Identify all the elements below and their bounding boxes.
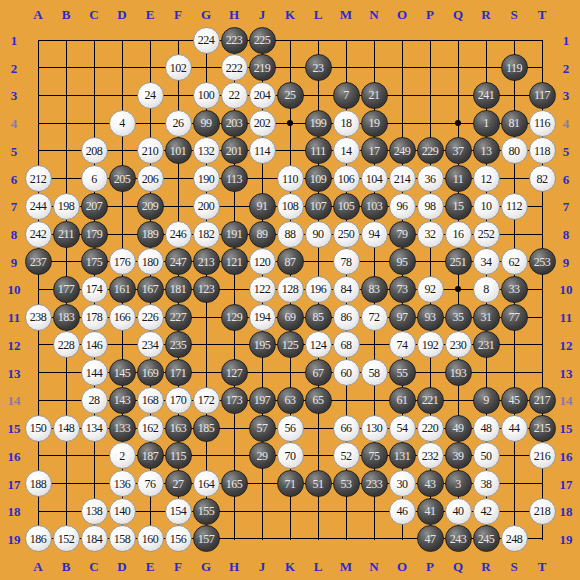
stone-D13: 145 [109,359,136,386]
stone-P16: 232 [417,442,444,469]
stone-O14: 61 [389,387,416,414]
stone-A17: 188 [25,470,52,497]
stone-G10: 123 [193,276,220,303]
stone-N10: 83 [361,276,388,303]
stone-C15: 134 [81,415,108,442]
row-label-right-6: 6 [563,172,570,185]
stone-N8: 94 [361,221,388,248]
row-label-right-13: 13 [560,366,573,379]
row-label-left-1: 1 [11,34,18,47]
stone-Q9: 251 [445,248,472,275]
stone-J12: 195 [249,331,276,358]
stone-S10: 33 [501,276,528,303]
row-label-left-17: 17 [8,477,21,490]
stone-E16: 187 [137,442,164,469]
stone-D16: 2 [109,442,136,469]
stone-H1: 223 [221,27,248,54]
stone-R4: 1 [473,110,500,137]
column-label-bottom-O: O [397,560,407,573]
stone-T14: 217 [529,387,556,414]
stone-M15: 66 [333,415,360,442]
row-label-right-2: 2 [563,61,570,74]
stone-A9: 237 [25,248,52,275]
stone-A11: 238 [25,304,52,331]
stone-Q5: 37 [445,137,472,164]
stone-H8: 191 [221,221,248,248]
stone-M5: 14 [333,137,360,164]
stone-C6: 6 [81,165,108,192]
stone-H3: 22 [221,82,248,109]
stone-K14: 63 [277,387,304,414]
row-label-right-19: 19 [560,532,573,545]
grid-line-vertical [38,40,39,540]
row-label-right-15: 15 [560,422,573,435]
stone-E11: 226 [137,304,164,331]
row-label-right-3: 3 [563,89,570,102]
stone-C9: 175 [81,248,108,275]
column-label-top-M: M [340,8,352,21]
column-label-top-L: L [314,8,323,21]
column-label-bottom-H: H [229,560,239,573]
stone-N6: 104 [361,165,388,192]
stone-R17: 38 [473,470,500,497]
stone-A15: 150 [25,415,52,442]
stone-E15: 162 [137,415,164,442]
column-label-top-G: G [201,8,211,21]
column-label-top-J: J [259,8,266,21]
column-label-bottom-M: M [340,560,352,573]
stone-B15: 148 [53,415,80,442]
stone-M11: 86 [333,304,360,331]
stone-P18: 41 [417,498,444,525]
row-label-left-11: 11 [8,311,20,324]
column-label-top-T: T [538,8,547,21]
stone-Q8: 16 [445,221,472,248]
stone-G8: 182 [193,221,220,248]
grid-line-horizontal [38,40,543,41]
stone-J3: 204 [249,82,276,109]
stone-J16: 29 [249,442,276,469]
stone-C7: 207 [81,193,108,220]
go-board[interactable]: AABBCCDDEEFFGGHHJJKKLLMMNNOOPPQQRRSSTT11… [0,0,580,580]
stone-L17: 51 [305,470,332,497]
stone-G9: 213 [193,248,220,275]
stone-G14: 172 [193,387,220,414]
stone-B7: 198 [53,193,80,220]
row-label-left-16: 16 [8,449,21,462]
stone-F16: 115 [165,442,192,469]
stone-F2: 102 [165,54,192,81]
row-label-left-3: 3 [11,89,18,102]
stone-K3: 25 [277,82,304,109]
stone-T18: 218 [529,498,556,525]
stone-O13: 55 [389,359,416,386]
stone-S5: 80 [501,137,528,164]
stone-G4: 99 [193,110,220,137]
stone-P6: 36 [417,165,444,192]
stone-P19: 47 [417,525,444,552]
stone-P12: 192 [417,331,444,358]
stone-J15: 57 [249,415,276,442]
stone-D10: 161 [109,276,136,303]
stone-G17: 164 [193,470,220,497]
stone-N16: 75 [361,442,388,469]
stone-K15: 56 [277,415,304,442]
stone-D14: 143 [109,387,136,414]
stone-P17: 43 [417,470,444,497]
stone-J8: 89 [249,221,276,248]
row-label-right-11: 11 [560,311,572,324]
stone-R7: 10 [473,193,500,220]
stone-H2: 222 [221,54,248,81]
stone-K7: 108 [277,193,304,220]
stone-Q18: 40 [445,498,472,525]
stone-O15: 54 [389,415,416,442]
row-label-right-16: 16 [560,449,573,462]
stone-S7: 112 [501,193,528,220]
stone-R6: 12 [473,165,500,192]
stone-H4: 203 [221,110,248,137]
stone-L7: 107 [305,193,332,220]
stone-C10: 174 [81,276,108,303]
stone-Q16: 39 [445,442,472,469]
stone-K8: 88 [277,221,304,248]
stone-N17: 233 [361,470,388,497]
stone-T15: 215 [529,415,556,442]
stone-O18: 46 [389,498,416,525]
stone-E7: 209 [137,193,164,220]
column-label-top-N: N [369,8,378,21]
row-label-left-10: 10 [8,283,21,296]
stone-A19: 186 [25,525,52,552]
column-label-bottom-F: F [174,560,182,573]
row-label-left-4: 4 [11,117,18,130]
stone-C14: 28 [81,387,108,414]
stone-H9: 121 [221,248,248,275]
column-label-top-B: B [62,8,71,21]
column-label-bottom-N: N [369,560,378,573]
stone-P15: 220 [417,415,444,442]
stone-T5: 118 [529,137,556,164]
stone-M12: 68 [333,331,360,358]
stone-O11: 97 [389,304,416,331]
stone-C11: 178 [81,304,108,331]
stone-L2: 23 [305,54,332,81]
stone-J2: 219 [249,54,276,81]
column-label-top-D: D [117,8,126,21]
stone-L6: 109 [305,165,332,192]
stone-O5: 249 [389,137,416,164]
stone-D6: 205 [109,165,136,192]
column-label-bottom-S: S [510,560,517,573]
stone-R19: 245 [473,525,500,552]
stone-F5: 101 [165,137,192,164]
column-label-top-A: A [33,8,42,21]
column-label-bottom-A: A [33,560,42,573]
stone-J1: 225 [249,27,276,54]
column-label-bottom-T: T [538,560,547,573]
row-label-left-18: 18 [8,505,21,518]
stone-C8: 179 [81,221,108,248]
stone-E9: 180 [137,248,164,275]
stone-L5: 111 [305,137,332,164]
stone-T4: 116 [529,110,556,137]
stone-K6: 110 [277,165,304,192]
grid-line-horizontal [38,67,543,68]
stone-R9: 34 [473,248,500,275]
star-point-Q4 [455,120,461,126]
stone-F15: 163 [165,415,192,442]
stone-F4: 26 [165,110,192,137]
row-label-left-9: 9 [11,255,18,268]
row-label-left-19: 19 [8,532,21,545]
stone-B11: 183 [53,304,80,331]
stone-D4: 4 [109,110,136,137]
stone-R15: 48 [473,415,500,442]
stone-D11: 166 [109,304,136,331]
stone-S2: 119 [501,54,528,81]
star-point-K4 [287,120,293,126]
stone-J4: 202 [249,110,276,137]
stone-E17: 76 [137,470,164,497]
star-point-Q10 [455,286,461,292]
column-label-top-K: K [285,8,295,21]
stone-K10: 128 [277,276,304,303]
row-label-left-13: 13 [8,366,21,379]
stone-K11: 69 [277,304,304,331]
row-label-right-10: 10 [560,283,573,296]
stone-N15: 130 [361,415,388,442]
stone-O16: 131 [389,442,416,469]
stone-E13: 169 [137,359,164,386]
stone-P5: 229 [417,137,444,164]
row-label-right-9: 9 [563,255,570,268]
row-label-left-6: 6 [11,172,18,185]
stone-A6: 212 [25,165,52,192]
column-label-top-S: S [510,8,517,21]
column-label-bottom-R: R [481,560,490,573]
stone-R3: 241 [473,82,500,109]
stone-E5: 210 [137,137,164,164]
column-label-top-R: R [481,8,490,21]
stone-R11: 31 [473,304,500,331]
stone-E10: 167 [137,276,164,303]
stone-D9: 176 [109,248,136,275]
stone-H6: 113 [221,165,248,192]
stone-Q12: 230 [445,331,472,358]
stone-E12: 234 [137,331,164,358]
stone-O6: 214 [389,165,416,192]
stone-E3: 24 [137,82,164,109]
stone-B12: 228 [53,331,80,358]
stone-K12: 125 [277,331,304,358]
column-label-bottom-B: B [62,560,71,573]
stone-H5: 201 [221,137,248,164]
stone-N3: 21 [361,82,388,109]
column-label-top-E: E [146,8,155,21]
stone-H17: 165 [221,470,248,497]
stone-M3: 7 [333,82,360,109]
row-label-right-14: 14 [560,394,573,407]
stone-T3: 117 [529,82,556,109]
column-label-top-P: P [426,8,434,21]
stone-M7: 105 [333,193,360,220]
stone-R18: 42 [473,498,500,525]
stone-F11: 227 [165,304,192,331]
stone-L4: 199 [305,110,332,137]
stone-G15: 185 [193,415,220,442]
stone-E19: 160 [137,525,164,552]
column-label-bottom-J: J [259,560,266,573]
stone-E8: 189 [137,221,164,248]
stone-C12: 146 [81,331,108,358]
stone-A8: 242 [25,221,52,248]
stone-R10: 8 [473,276,500,303]
row-label-right-17: 17 [560,477,573,490]
stone-M17: 53 [333,470,360,497]
stone-L12: 124 [305,331,332,358]
stone-Q6: 11 [445,165,472,192]
stone-R14: 9 [473,387,500,414]
row-label-left-14: 14 [8,394,21,407]
stone-J9: 120 [249,248,276,275]
stone-T16: 216 [529,442,556,469]
column-label-bottom-P: P [426,560,434,573]
stone-L14: 65 [305,387,332,414]
stone-C19: 184 [81,525,108,552]
stone-J10: 122 [249,276,276,303]
stone-P10: 92 [417,276,444,303]
stone-G6: 190 [193,165,220,192]
stone-G1: 224 [193,27,220,54]
stone-N7: 103 [361,193,388,220]
stone-R5: 13 [473,137,500,164]
row-label-left-15: 15 [8,422,21,435]
row-label-right-1: 1 [563,34,570,47]
column-label-bottom-L: L [314,560,323,573]
stone-R12: 231 [473,331,500,358]
stone-D17: 136 [109,470,136,497]
stone-F17: 27 [165,470,192,497]
stone-F9: 247 [165,248,192,275]
go-kifu-diagram: AABBCCDDEEFFGGHHJJKKLLMMNNOOPPQQRRSSTT11… [0,0,580,580]
stone-O9: 95 [389,248,416,275]
stone-L8: 90 [305,221,332,248]
stone-T6: 82 [529,165,556,192]
stone-C18: 138 [81,498,108,525]
stone-O10: 73 [389,276,416,303]
stone-O17: 30 [389,470,416,497]
row-label-left-7: 7 [11,200,18,213]
stone-K17: 71 [277,470,304,497]
stone-A7: 244 [25,193,52,220]
stone-M10: 84 [333,276,360,303]
stone-Q7: 15 [445,193,472,220]
stone-F8: 246 [165,221,192,248]
stone-G3: 100 [193,82,220,109]
stone-P11: 93 [417,304,444,331]
column-label-top-F: F [174,8,182,21]
row-label-right-8: 8 [563,228,570,241]
stone-F14: 170 [165,387,192,414]
stone-J7: 91 [249,193,276,220]
stone-S4: 81 [501,110,528,137]
stone-J11: 194 [249,304,276,331]
stone-H14: 173 [221,387,248,414]
stone-N13: 58 [361,359,388,386]
stone-S9: 62 [501,248,528,275]
stone-O8: 79 [389,221,416,248]
row-label-left-8: 8 [11,228,18,241]
column-label-bottom-E: E [146,560,155,573]
stone-M16: 52 [333,442,360,469]
stone-D19: 158 [109,525,136,552]
stone-M8: 250 [333,221,360,248]
stone-N11: 72 [361,304,388,331]
stone-M4: 18 [333,110,360,137]
stone-R16: 50 [473,442,500,469]
stone-P7: 98 [417,193,444,220]
column-label-top-Q: Q [453,8,463,21]
stone-Q15: 49 [445,415,472,442]
stone-P14: 221 [417,387,444,414]
stone-B10: 177 [53,276,80,303]
stone-G7: 200 [193,193,220,220]
stone-F10: 181 [165,276,192,303]
stone-N5: 17 [361,137,388,164]
stone-H11: 129 [221,304,248,331]
stone-D15: 133 [109,415,136,442]
stone-Q13: 193 [445,359,472,386]
row-label-left-12: 12 [8,338,21,351]
stone-C5: 208 [81,137,108,164]
column-label-top-O: O [397,8,407,21]
stone-H13: 127 [221,359,248,386]
stone-O12: 74 [389,331,416,358]
column-label-bottom-Q: Q [453,560,463,573]
stone-B8: 211 [53,221,80,248]
stone-F12: 235 [165,331,192,358]
column-label-bottom-K: K [285,560,295,573]
column-label-bottom-C: C [89,560,98,573]
stone-L13: 67 [305,359,332,386]
stone-C13: 144 [81,359,108,386]
stone-K9: 87 [277,248,304,275]
stone-L10: 196 [305,276,332,303]
stone-S19: 248 [501,525,528,552]
stone-L11: 85 [305,304,332,331]
column-label-bottom-G: G [201,560,211,573]
stone-M9: 78 [333,248,360,275]
stone-S11: 77 [501,304,528,331]
stone-E6: 206 [137,165,164,192]
stone-Q11: 35 [445,304,472,331]
column-label-top-C: C [89,8,98,21]
row-label-right-7: 7 [563,200,570,213]
stone-N4: 19 [361,110,388,137]
column-label-top-H: H [229,8,239,21]
stone-J5: 114 [249,137,276,164]
stone-B19: 152 [53,525,80,552]
stone-G19: 157 [193,525,220,552]
stone-K16: 70 [277,442,304,469]
stone-J14: 197 [249,387,276,414]
stone-F19: 156 [165,525,192,552]
stone-Q17: 3 [445,470,472,497]
stone-D18: 140 [109,498,136,525]
row-label-right-12: 12 [560,338,573,351]
stone-O7: 96 [389,193,416,220]
